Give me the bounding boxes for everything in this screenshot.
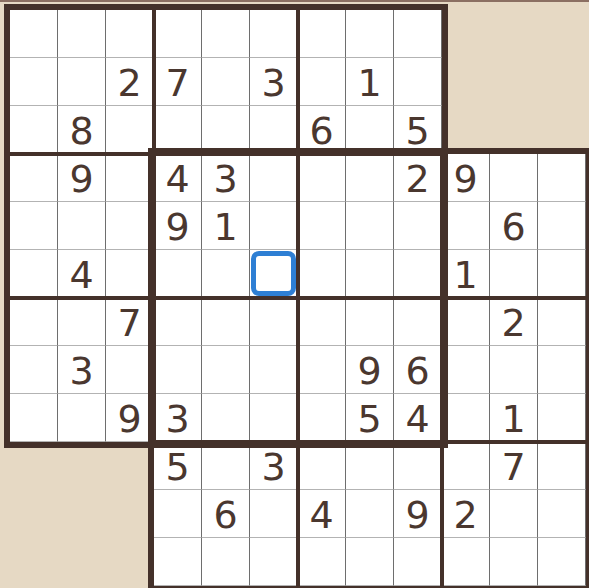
cell-r7c1[interactable] bbox=[10, 298, 58, 346]
void-area bbox=[58, 490, 106, 538]
cell-r7c12[interactable] bbox=[538, 298, 586, 346]
cell-r1c3[interactable] bbox=[106, 10, 154, 58]
sudoku-board: 2731865943299164172396935415376492 bbox=[10, 10, 586, 586]
void-area bbox=[442, 58, 490, 106]
cell-r2c7[interactable] bbox=[298, 58, 346, 106]
cell-r3c6[interactable] bbox=[250, 106, 298, 154]
cell-r6c9[interactable] bbox=[394, 250, 442, 298]
cell-r8c12[interactable] bbox=[538, 346, 586, 394]
cell-r1c6[interactable] bbox=[250, 10, 298, 58]
cell-r11c9[interactable]: 9 bbox=[394, 490, 442, 538]
cell-r11c10[interactable]: 2 bbox=[442, 490, 490, 538]
cell-r12c5[interactable] bbox=[202, 538, 250, 586]
cell-r12c4[interactable] bbox=[154, 538, 202, 586]
cell-r5c9[interactable] bbox=[394, 202, 442, 250]
void-area bbox=[106, 490, 154, 538]
cell-r1c1[interactable] bbox=[10, 10, 58, 58]
cell-r4c8[interactable] bbox=[346, 154, 394, 202]
cell-r10c10[interactable] bbox=[442, 442, 490, 490]
cell-r1c7[interactable] bbox=[298, 10, 346, 58]
cell-r4c7[interactable] bbox=[298, 154, 346, 202]
cell-r3c9[interactable]: 5 bbox=[394, 106, 442, 154]
cell-r4c1[interactable] bbox=[10, 154, 58, 202]
cell-r1c2[interactable] bbox=[58, 10, 106, 58]
cell-r5c5[interactable]: 1 bbox=[202, 202, 250, 250]
cell-r10c8[interactable] bbox=[346, 442, 394, 490]
cell-r8c9[interactable]: 6 bbox=[394, 346, 442, 394]
void-area bbox=[490, 106, 538, 154]
cell-r6c12[interactable] bbox=[538, 250, 586, 298]
cell-r7c8[interactable] bbox=[346, 298, 394, 346]
cell-r6c1[interactable] bbox=[10, 250, 58, 298]
cell-r11c11[interactable] bbox=[490, 490, 538, 538]
cell-r7c6[interactable] bbox=[250, 298, 298, 346]
cell-r4c6[interactable] bbox=[250, 154, 298, 202]
cell-r10c9[interactable] bbox=[394, 442, 442, 490]
cell-r7c9[interactable] bbox=[394, 298, 442, 346]
cell-r6c7[interactable] bbox=[298, 250, 346, 298]
cell-r3c4[interactable] bbox=[154, 106, 202, 154]
cell-r11c12[interactable] bbox=[538, 490, 586, 538]
cell-r8c3[interactable] bbox=[106, 346, 154, 394]
void-area bbox=[106, 442, 154, 490]
cell-r6c2[interactable]: 4 bbox=[58, 250, 106, 298]
cell-r9c9[interactable]: 4 bbox=[394, 394, 442, 442]
cell-r4c12[interactable] bbox=[538, 154, 586, 202]
void-area bbox=[442, 106, 490, 154]
cell-r6c8[interactable] bbox=[346, 250, 394, 298]
cell-r8c1[interactable] bbox=[10, 346, 58, 394]
cell-r1c9[interactable] bbox=[394, 10, 442, 58]
cell-r10c11[interactable]: 7 bbox=[490, 442, 538, 490]
cell-r4c11[interactable] bbox=[490, 154, 538, 202]
cell-r12c6[interactable] bbox=[250, 538, 298, 586]
cell-r10c5[interactable] bbox=[202, 442, 250, 490]
cell-r1c5[interactable] bbox=[202, 10, 250, 58]
cell-r5c11[interactable]: 6 bbox=[490, 202, 538, 250]
cell-r9c2[interactable] bbox=[58, 394, 106, 442]
cell-r11c5[interactable]: 6 bbox=[202, 490, 250, 538]
sudoku-app-canvas: 2731865943299164172396935415376492 bbox=[0, 0, 589, 588]
cell-r3c2[interactable]: 8 bbox=[58, 106, 106, 154]
cell-r3c1[interactable] bbox=[10, 106, 58, 154]
void-area bbox=[538, 58, 586, 106]
cell-r5c3[interactable] bbox=[106, 202, 154, 250]
cell-r2c4[interactable]: 7 bbox=[154, 58, 202, 106]
cell-r8c5[interactable] bbox=[202, 346, 250, 394]
cell-r4c3[interactable] bbox=[106, 154, 154, 202]
cell-r5c8[interactable] bbox=[346, 202, 394, 250]
cell-r5c12[interactable] bbox=[538, 202, 586, 250]
cell-r3c7[interactable]: 6 bbox=[298, 106, 346, 154]
void-area bbox=[10, 490, 58, 538]
cell-r7c10[interactable] bbox=[442, 298, 490, 346]
void-area bbox=[106, 538, 154, 586]
cell-r9c8[interactable]: 5 bbox=[346, 394, 394, 442]
cell-r8c4[interactable] bbox=[154, 346, 202, 394]
cell-r7c11[interactable]: 2 bbox=[490, 298, 538, 346]
cell-r12c9[interactable] bbox=[394, 538, 442, 586]
cell-r7c4[interactable] bbox=[154, 298, 202, 346]
top-edge-line bbox=[0, 0, 589, 2]
cell-r6c11[interactable] bbox=[490, 250, 538, 298]
cell-r1c8[interactable] bbox=[346, 10, 394, 58]
cell-r8c11[interactable] bbox=[490, 346, 538, 394]
cell-r5c4[interactable]: 9 bbox=[154, 202, 202, 250]
cell-r6c10[interactable]: 1 bbox=[442, 250, 490, 298]
void-area bbox=[538, 10, 586, 58]
cell-r4c2[interactable]: 9 bbox=[58, 154, 106, 202]
cell-r6c5[interactable] bbox=[202, 250, 250, 298]
cell-r11c4[interactable] bbox=[154, 490, 202, 538]
cell-r11c6[interactable] bbox=[250, 490, 298, 538]
void-area bbox=[58, 538, 106, 586]
cell-r2c9[interactable] bbox=[394, 58, 442, 106]
cell-r12c11[interactable] bbox=[490, 538, 538, 586]
selected-cell[interactable] bbox=[250, 250, 298, 298]
cell-r12c7[interactable] bbox=[298, 538, 346, 586]
cell-r9c11[interactable]: 1 bbox=[490, 394, 538, 442]
cell-r3c3[interactable] bbox=[106, 106, 154, 154]
cell-r9c6[interactable] bbox=[250, 394, 298, 442]
cell-r4c4[interactable]: 4 bbox=[154, 154, 202, 202]
cell-r9c12[interactable] bbox=[538, 394, 586, 442]
cell-r9c3[interactable]: 9 bbox=[106, 394, 154, 442]
cell-r12c10[interactable] bbox=[442, 538, 490, 586]
void-area bbox=[10, 442, 58, 490]
void-area bbox=[58, 442, 106, 490]
cell-r10c4[interactable]: 5 bbox=[154, 442, 202, 490]
cell-r9c7[interactable] bbox=[298, 394, 346, 442]
cell-r5c2[interactable] bbox=[58, 202, 106, 250]
cell-r2c1[interactable] bbox=[10, 58, 58, 106]
cell-r4c5[interactable]: 3 bbox=[202, 154, 250, 202]
cell-r8c2[interactable]: 3 bbox=[58, 346, 106, 394]
cell-r5c7[interactable] bbox=[298, 202, 346, 250]
cell-r5c6[interactable] bbox=[250, 202, 298, 250]
cell-r11c7[interactable]: 4 bbox=[298, 490, 346, 538]
cell-r5c1[interactable] bbox=[10, 202, 58, 250]
cell-r8c10[interactable] bbox=[442, 346, 490, 394]
void-area bbox=[490, 58, 538, 106]
void-area bbox=[538, 106, 586, 154]
cell-r8c8[interactable]: 9 bbox=[346, 346, 394, 394]
cell-r8c6[interactable] bbox=[250, 346, 298, 394]
cell-r3c8[interactable] bbox=[346, 106, 394, 154]
cell-r9c4[interactable]: 3 bbox=[154, 394, 202, 442]
cell-r12c8[interactable] bbox=[346, 538, 394, 586]
cell-r10c7[interactable] bbox=[298, 442, 346, 490]
cell-r12c12[interactable] bbox=[538, 538, 586, 586]
cell-r2c8[interactable]: 1 bbox=[346, 58, 394, 106]
cell-r7c3[interactable]: 7 bbox=[106, 298, 154, 346]
cell-r3c5[interactable] bbox=[202, 106, 250, 154]
cell-r7c7[interactable] bbox=[298, 298, 346, 346]
cell-r4c9[interactable]: 2 bbox=[394, 154, 442, 202]
cell-r9c10[interactable] bbox=[442, 394, 490, 442]
cell-r7c5[interactable] bbox=[202, 298, 250, 346]
cell-r2c3[interactable]: 2 bbox=[106, 58, 154, 106]
cell-r9c1[interactable] bbox=[10, 394, 58, 442]
void-area bbox=[10, 538, 58, 586]
cell-r10c12[interactable] bbox=[538, 442, 586, 490]
cell-r1c4[interactable] bbox=[154, 10, 202, 58]
cell-r8c7[interactable] bbox=[298, 346, 346, 394]
cell-r6c4[interactable] bbox=[154, 250, 202, 298]
cell-r2c2[interactable] bbox=[58, 58, 106, 106]
cell-r10c6[interactable]: 3 bbox=[250, 442, 298, 490]
cell-r11c8[interactable] bbox=[346, 490, 394, 538]
cell-r5c10[interactable] bbox=[442, 202, 490, 250]
cell-r2c5[interactable] bbox=[202, 58, 250, 106]
cell-r4c10[interactable]: 9 bbox=[442, 154, 490, 202]
cell-r7c2[interactable] bbox=[58, 298, 106, 346]
void-area bbox=[442, 10, 490, 58]
void-area bbox=[490, 10, 538, 58]
cell-r2c6[interactable]: 3 bbox=[250, 58, 298, 106]
cell-r9c5[interactable] bbox=[202, 394, 250, 442]
cell-r6c3[interactable] bbox=[106, 250, 154, 298]
